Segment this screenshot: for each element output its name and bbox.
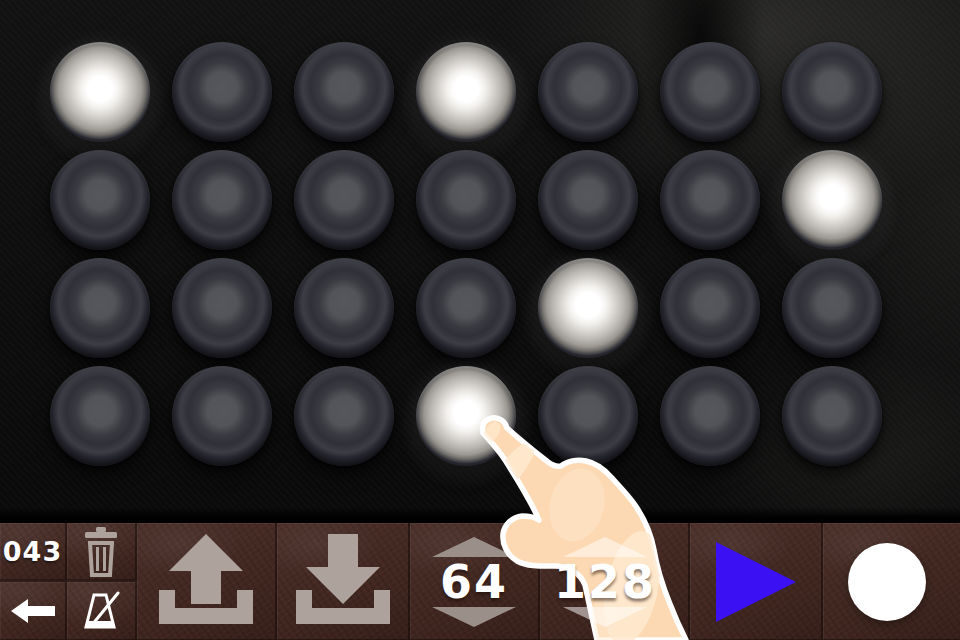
pad-r3c6[interactable] <box>660 258 760 358</box>
down-arrow-icon[interactable] <box>432 607 516 627</box>
up-arrow-icon[interactable] <box>432 537 516 557</box>
upload-icon <box>155 534 257 630</box>
pad-r4c6[interactable] <box>660 366 760 466</box>
upload-button[interactable] <box>137 523 277 640</box>
pad-r1c7[interactable] <box>782 42 882 142</box>
pad-r3c5[interactable] <box>538 258 638 358</box>
pad-r2c3[interactable] <box>294 150 394 250</box>
pad-r1c6[interactable] <box>660 42 760 142</box>
steps-64-value: 64 <box>440 560 508 604</box>
pattern-counter: 043 <box>0 523 67 582</box>
metronome-icon <box>82 591 120 631</box>
play-triangle-icon <box>716 542 796 622</box>
up-arrow-icon[interactable] <box>563 537 647 557</box>
pad-r3c7[interactable] <box>782 258 882 358</box>
download-button[interactable] <box>277 523 410 640</box>
pad-board <box>0 0 960 523</box>
back-arrow-icon <box>11 599 55 623</box>
pattern-counter-value: 043 <box>3 536 62 567</box>
metronome-button[interactable] <box>67 582 137 640</box>
pad-r4c4[interactable] <box>416 366 516 466</box>
pad-r4c1[interactable] <box>50 366 150 466</box>
pad-grid <box>50 42 882 466</box>
pad-r4c5[interactable] <box>538 366 638 466</box>
trash-icon <box>81 527 121 577</box>
steps-128-stepper[interactable]: 128 <box>540 523 690 640</box>
pad-r3c2[interactable] <box>172 258 272 358</box>
record-circle-icon <box>848 543 926 621</box>
pad-r1c1[interactable] <box>50 42 150 142</box>
pad-r2c6[interactable] <box>660 150 760 250</box>
pad-r1c3[interactable] <box>294 42 394 142</box>
record-button[interactable] <box>823 523 960 640</box>
pad-r4c7[interactable] <box>782 366 882 466</box>
pad-r1c5[interactable] <box>538 42 638 142</box>
pad-r1c4[interactable] <box>416 42 516 142</box>
pad-r3c1[interactable] <box>50 258 150 358</box>
steps-64-stepper-body: 64 <box>432 537 516 627</box>
pad-r2c1[interactable] <box>50 150 150 250</box>
steps-64-stepper[interactable]: 64 <box>410 523 540 640</box>
pad-r1c2[interactable] <box>172 42 272 142</box>
play-button[interactable] <box>690 523 823 640</box>
pad-r4c2[interactable] <box>172 366 272 466</box>
app-screen: 043 <box>0 0 960 640</box>
pad-r2c4[interactable] <box>416 150 516 250</box>
pad-r4c3[interactable] <box>294 366 394 466</box>
pad-r2c7[interactable] <box>782 150 882 250</box>
pad-r3c4[interactable] <box>416 258 516 358</box>
download-icon <box>292 534 394 630</box>
back-button[interactable] <box>0 582 67 640</box>
toolbar: 043 <box>0 523 960 640</box>
pad-r2c5[interactable] <box>538 150 638 250</box>
steps-128-stepper-body: 128 <box>554 537 656 627</box>
steps-128-value: 128 <box>554 560 656 604</box>
delete-button[interactable] <box>67 523 137 582</box>
pad-r2c2[interactable] <box>172 150 272 250</box>
pad-r3c3[interactable] <box>294 258 394 358</box>
down-arrow-icon[interactable] <box>563 607 647 627</box>
